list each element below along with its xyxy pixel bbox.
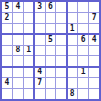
cell-r2c4[interactable] — [35, 13, 45, 23]
cell-r3c5[interactable] — [46, 24, 56, 34]
cell-r2c9[interactable]: 7 — [89, 13, 99, 23]
cell-r8c1[interactable]: 4 — [2, 78, 12, 88]
cell-r1c3[interactable] — [24, 2, 34, 12]
cell-r8c7[interactable] — [67, 78, 77, 88]
cell-r1c8[interactable] — [78, 2, 88, 12]
cell-r6c1[interactable] — [2, 56, 12, 66]
cell-r3c1[interactable] — [2, 24, 12, 34]
cell-r6c8[interactable] — [78, 56, 88, 66]
cell-r3c6[interactable] — [56, 24, 66, 34]
cell-r5c1[interactable] — [2, 46, 12, 56]
cell-r8c3[interactable] — [24, 78, 34, 88]
cell-r2c3[interactable] — [24, 13, 34, 23]
cell-r4c7[interactable] — [67, 35, 77, 45]
sudoku-board: 54362715648141478 — [0, 0, 101, 101]
cell-r4c9[interactable]: 4 — [89, 35, 99, 45]
cell-r6c9[interactable] — [89, 56, 99, 66]
cell-r7c3[interactable] — [24, 67, 34, 77]
cell-r2c1[interactable]: 2 — [2, 13, 12, 23]
cell-r3c3[interactable] — [24, 24, 34, 34]
cell-r6c6[interactable] — [56, 56, 66, 66]
cell-r3c4[interactable] — [35, 24, 45, 34]
cell-r2c7[interactable] — [67, 13, 77, 23]
cell-r6c5[interactable] — [46, 56, 56, 66]
cell-r1c2[interactable]: 4 — [13, 2, 23, 12]
cell-r5c3[interactable]: 1 — [24, 46, 34, 56]
cell-r7c7[interactable] — [67, 67, 77, 77]
cell-r8c8[interactable] — [78, 78, 88, 88]
cell-r6c2[interactable] — [13, 56, 23, 66]
cell-r5c7[interactable] — [67, 46, 77, 56]
cell-r7c6[interactable] — [56, 67, 66, 77]
cell-r4c5[interactable]: 5 — [46, 35, 56, 45]
cell-r2c5[interactable] — [46, 13, 56, 23]
cell-r8c2[interactable] — [13, 78, 23, 88]
cell-r9c9[interactable] — [89, 89, 99, 99]
cell-r1c7[interactable] — [67, 2, 77, 12]
cell-r5c5[interactable] — [46, 46, 56, 56]
cell-r4c6[interactable] — [56, 35, 66, 45]
cell-r3c2[interactable] — [13, 24, 23, 34]
cell-r9c8[interactable] — [78, 89, 88, 99]
cell-r3c8[interactable] — [78, 24, 88, 34]
cell-r1c4[interactable]: 3 — [35, 2, 45, 12]
cell-r2c8[interactable] — [78, 13, 88, 23]
cell-r2c6[interactable] — [56, 13, 66, 23]
cell-r2c2[interactable] — [13, 13, 23, 23]
cell-r7c8[interactable]: 1 — [78, 67, 88, 77]
cell-r8c5[interactable] — [46, 78, 56, 88]
cell-r1c1[interactable]: 5 — [2, 2, 12, 12]
cell-r7c5[interactable] — [46, 67, 56, 77]
cell-r3c7[interactable]: 1 — [67, 24, 77, 34]
cell-r7c2[interactable] — [13, 67, 23, 77]
cell-r4c2[interactable] — [13, 35, 23, 45]
cell-r9c4[interactable] — [35, 89, 45, 99]
cell-r5c4[interactable] — [35, 46, 45, 56]
cell-r5c9[interactable] — [89, 46, 99, 56]
cell-r9c2[interactable] — [13, 89, 23, 99]
cell-r7c4[interactable]: 4 — [35, 67, 45, 77]
cell-r4c1[interactable] — [2, 35, 12, 45]
cell-r5c6[interactable] — [56, 46, 66, 56]
cell-r1c6[interactable] — [56, 2, 66, 12]
sudoku-grid: 54362715648141478 — [2, 2, 99, 99]
cell-r6c7[interactable] — [67, 56, 77, 66]
cell-r6c4[interactable] — [35, 56, 45, 66]
cell-r5c8[interactable] — [78, 46, 88, 56]
cell-r7c1[interactable] — [2, 67, 12, 77]
cell-r9c7[interactable]: 8 — [67, 89, 77, 99]
cell-r1c5[interactable]: 6 — [46, 2, 56, 12]
cell-r9c1[interactable] — [2, 89, 12, 99]
cell-r9c3[interactable] — [24, 89, 34, 99]
cell-r9c6[interactable] — [56, 89, 66, 99]
cell-r4c4[interactable] — [35, 35, 45, 45]
cell-r5c2[interactable]: 8 — [13, 46, 23, 56]
cell-r8c4[interactable]: 7 — [35, 78, 45, 88]
cell-r7c9[interactable] — [89, 67, 99, 77]
cell-r9c5[interactable] — [46, 89, 56, 99]
cell-r3c9[interactable] — [89, 24, 99, 34]
cell-r4c3[interactable] — [24, 35, 34, 45]
cell-r8c6[interactable] — [56, 78, 66, 88]
cell-r8c9[interactable] — [89, 78, 99, 88]
cell-r6c3[interactable] — [24, 56, 34, 66]
cell-r1c9[interactable] — [89, 2, 99, 12]
cell-r4c8[interactable]: 6 — [78, 35, 88, 45]
